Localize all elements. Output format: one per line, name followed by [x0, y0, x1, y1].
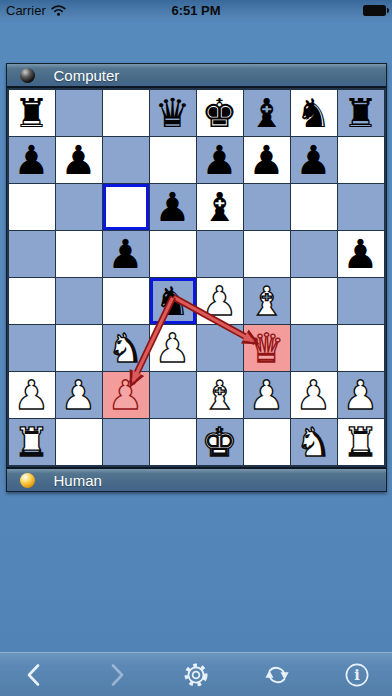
settings-button[interactable]: [174, 653, 218, 696]
square-b3[interactable]: [56, 325, 102, 371]
piece-black-pawn-g7[interactable]: ♟: [296, 137, 332, 183]
square-b2[interactable]: ♟: [56, 372, 102, 418]
square-e1[interactable]: ♚: [197, 419, 243, 465]
info-circle-icon: i: [343, 661, 371, 689]
square-e7[interactable]: ♟: [197, 137, 243, 183]
square-d7[interactable]: [150, 137, 196, 183]
square-g8[interactable]: ♞: [291, 90, 337, 136]
refresh-icon: [262, 660, 292, 690]
status-bar: Carrier 6:51 PM: [0, 0, 392, 20]
square-e8[interactable]: ♚: [197, 90, 243, 136]
player-top-name: Computer: [54, 67, 120, 84]
piece-white-knight-c3[interactable]: ♞: [108, 325, 144, 371]
piece-black-pawn-e7[interactable]: ♟: [202, 137, 238, 183]
square-h3[interactable]: [338, 325, 384, 371]
square-d2[interactable]: [150, 372, 196, 418]
square-f5[interactable]: [244, 231, 290, 277]
square-h2[interactable]: ♟: [338, 372, 384, 418]
piece-black-bishop-e6[interactable]: ♝: [202, 184, 238, 230]
piece-white-bishop-f4[interactable]: ♝: [249, 278, 285, 324]
square-b1[interactable]: [56, 419, 102, 465]
battery-icon: [363, 5, 386, 16]
square-a2[interactable]: ♟: [9, 372, 55, 418]
piece-white-pawn-f2[interactable]: ♟: [249, 372, 285, 418]
piece-white-pawn-g2[interactable]: ♟: [296, 372, 332, 418]
square-b5[interactable]: [56, 231, 102, 277]
square-b4[interactable]: [56, 278, 102, 324]
square-c7[interactable]: [103, 137, 149, 183]
piece-white-rook-a1[interactable]: ♜: [14, 419, 50, 465]
square-d6[interactable]: ♟: [150, 184, 196, 230]
piece-black-queen-d8[interactable]: ♛: [155, 90, 191, 136]
square-a6[interactable]: [9, 184, 55, 230]
square-f7[interactable]: ♟: [244, 137, 290, 183]
square-b6[interactable]: [56, 184, 102, 230]
piece-white-pawn-h2[interactable]: ♟: [343, 372, 379, 418]
piece-white-rook-h1[interactable]: ♜: [343, 419, 379, 465]
piece-black-bishop-f8[interactable]: ♝: [249, 90, 285, 136]
black-sphere-icon: [20, 68, 35, 83]
piece-white-pawn-c2[interactable]: ♟: [108, 372, 144, 418]
square-a5[interactable]: [9, 231, 55, 277]
square-d8[interactable]: ♛: [150, 90, 196, 136]
square-h6[interactable]: [338, 184, 384, 230]
piece-white-bishop-e2[interactable]: ♝: [202, 372, 238, 418]
square-f4[interactable]: ♝: [244, 278, 290, 324]
square-h1[interactable]: ♜: [338, 419, 384, 465]
square-f6[interactable]: [244, 184, 290, 230]
square-g2[interactable]: ♟: [291, 372, 337, 418]
piece-black-pawn-b7[interactable]: ♟: [61, 137, 97, 183]
square-h7[interactable]: [338, 137, 384, 183]
player-top-bar: Computer: [7, 64, 386, 88]
app-screen: Carrier 6:51 PM Computer ♜♛♚♝♞♜♟♟♟♟♟♟♝♟♟…: [0, 0, 392, 696]
square-c4[interactable]: [103, 278, 149, 324]
square-a1[interactable]: ♜: [9, 419, 55, 465]
new-game-button[interactable]: [255, 653, 299, 696]
piece-white-queen-f3[interactable]: ♛: [249, 325, 285, 371]
piece-white-knight-g1[interactable]: ♞: [296, 419, 332, 465]
piece-white-pawn-b2[interactable]: ♟: [61, 372, 97, 418]
square-e3[interactable]: [197, 325, 243, 371]
chevron-right-icon: [103, 662, 129, 688]
clock: 6:51 PM: [0, 3, 392, 18]
piece-black-pawn-f7[interactable]: ♟: [249, 137, 285, 183]
square-f8[interactable]: ♝: [244, 90, 290, 136]
square-f1[interactable]: [244, 419, 290, 465]
piece-white-pawn-e4[interactable]: ♟: [202, 278, 238, 324]
board-panel: Computer ♜♛♚♝♞♜♟♟♟♟♟♟♝♟♟♞♟♝♞♟♛♟♟♟♝♟♟♟♜♚♞…: [6, 63, 387, 492]
svg-text:i: i: [354, 666, 360, 683]
gear-icon: [181, 660, 211, 690]
square-b7[interactable]: ♟: [56, 137, 102, 183]
player-bottom-name: Human: [54, 472, 102, 489]
square-g1[interactable]: ♞: [291, 419, 337, 465]
piece-black-pawn-d6[interactable]: ♟: [155, 184, 191, 230]
piece-white-king-e1[interactable]: ♚: [202, 419, 238, 465]
square-e6[interactable]: ♝: [197, 184, 243, 230]
square-g6[interactable]: [291, 184, 337, 230]
board-wrap: ♜♛♚♝♞♜♟♟♟♟♟♟♝♟♟♞♟♝♞♟♛♟♟♟♝♟♟♟♜♚♞♜: [7, 88, 386, 467]
player-bottom-bar: Human: [7, 467, 386, 491]
square-g5[interactable]: [291, 231, 337, 277]
piece-black-king-e8[interactable]: ♚: [202, 90, 238, 136]
square-a4[interactable]: [9, 278, 55, 324]
square-a8[interactable]: ♜: [9, 90, 55, 136]
square-g7[interactable]: ♟: [291, 137, 337, 183]
square-h5[interactable]: ♟: [338, 231, 384, 277]
square-c8[interactable]: [103, 90, 149, 136]
square-d5[interactable]: [150, 231, 196, 277]
chevron-left-icon: [22, 662, 48, 688]
square-a3[interactable]: [9, 325, 55, 371]
square-c2[interactable]: ♟: [103, 372, 149, 418]
square-d4[interactable]: ♞: [150, 278, 196, 324]
square-h8[interactable]: ♜: [338, 90, 384, 136]
square-e2[interactable]: ♝: [197, 372, 243, 418]
piece-black-pawn-c5[interactable]: ♟: [108, 231, 144, 277]
square-d1[interactable]: [150, 419, 196, 465]
piece-white-pawn-a2[interactable]: ♟: [14, 372, 50, 418]
piece-black-knight-g8[interactable]: ♞: [296, 90, 332, 136]
square-g3[interactable]: [291, 325, 337, 371]
chess-board: ♜♛♚♝♞♜♟♟♟♟♟♟♝♟♟♞♟♝♞♟♛♟♟♟♝♟♟♟♜♚♞♜: [9, 90, 384, 465]
square-e4[interactable]: ♟: [197, 278, 243, 324]
toolbar: i: [0, 652, 392, 696]
square-b8[interactable]: [56, 90, 102, 136]
square-e5[interactable]: [197, 231, 243, 277]
piece-black-pawn-h5[interactable]: ♟: [343, 231, 379, 277]
piece-black-pawn-a7[interactable]: ♟: [14, 137, 50, 183]
square-f2[interactable]: ♟: [244, 372, 290, 418]
square-h4[interactable]: [338, 278, 384, 324]
back-button[interactable]: [13, 653, 57, 696]
piece-black-rook-a8[interactable]: ♜: [14, 90, 50, 136]
piece-white-pawn-d3[interactable]: ♟: [155, 325, 191, 371]
piece-black-rook-h8[interactable]: ♜: [343, 90, 379, 136]
gold-sphere-icon: [20, 473, 35, 488]
square-c1[interactable]: [103, 419, 149, 465]
info-button[interactable]: i: [335, 653, 379, 696]
status-right: [363, 5, 386, 16]
square-c5[interactable]: ♟: [103, 231, 149, 277]
forward-button[interactable]: [94, 653, 138, 696]
square-g4[interactable]: [291, 278, 337, 324]
square-f3[interactable]: ♛: [244, 325, 290, 371]
square-c6[interactable]: [103, 184, 149, 230]
square-a7[interactable]: ♟: [9, 137, 55, 183]
square-d3[interactable]: ♟: [150, 325, 196, 371]
piece-black-knight-d4[interactable]: ♞: [155, 278, 191, 324]
square-c3[interactable]: ♞: [103, 325, 149, 371]
